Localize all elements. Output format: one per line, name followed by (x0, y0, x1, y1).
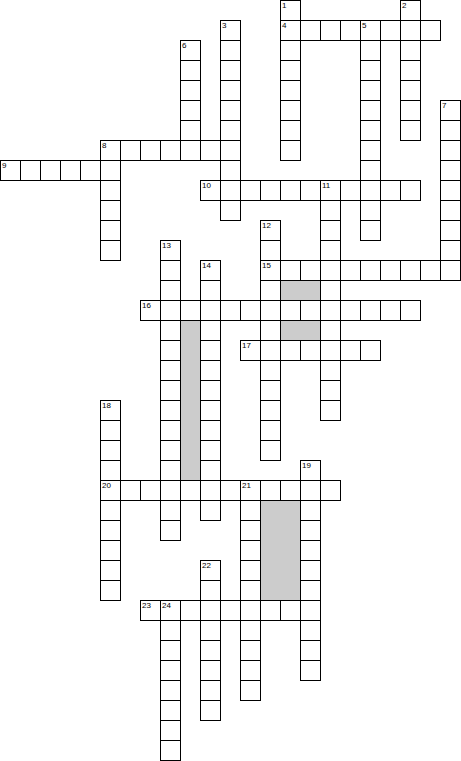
cell-r30-c14[interactable] (280, 600, 301, 621)
clue-number-5: 5 (362, 21, 366, 30)
cell-r1-c19[interactable] (380, 20, 401, 41)
cell-r8-c0[interactable]: 9 (0, 160, 21, 181)
cell-r29-c15[interactable] (300, 580, 321, 601)
shaded-cell-r19-c9 (180, 380, 201, 401)
cell-r20-c10[interactable] (200, 400, 221, 421)
cell-r23-c15[interactable]: 19 (300, 460, 321, 481)
cell-r19-c16[interactable] (320, 380, 341, 401)
cell-r34-c10[interactable] (200, 680, 221, 701)
cell-r5-c22[interactable]: 7 (440, 100, 461, 121)
cell-r15-c9[interactable] (180, 300, 201, 321)
clue-number-21: 21 (242, 481, 251, 490)
cell-r25-c5[interactable] (100, 500, 121, 521)
cell-r6-c18[interactable] (360, 120, 381, 141)
cell-r7-c18[interactable] (360, 140, 381, 161)
cell-r13-c14[interactable] (280, 260, 301, 281)
cell-r10-c16[interactable] (320, 200, 341, 221)
cell-r11-c16[interactable] (320, 220, 341, 241)
cell-r21-c13[interactable] (260, 420, 281, 441)
shaded-cell-r29-c14 (280, 580, 301, 601)
cell-r26-c12[interactable] (240, 520, 261, 541)
cell-r7-c9[interactable] (180, 140, 201, 161)
cell-r3-c18[interactable] (360, 60, 381, 81)
cell-r28-c15[interactable] (300, 560, 321, 581)
cell-r13-c20[interactable] (400, 260, 421, 281)
cell-r12-c8[interactable]: 13 (160, 240, 181, 261)
cell-r5-c9[interactable] (180, 100, 201, 121)
cell-r1-c16[interactable] (320, 20, 341, 41)
cell-r24-c12[interactable]: 21 (240, 480, 261, 501)
cell-r36-c8[interactable] (160, 720, 181, 741)
cell-r7-c8[interactable] (160, 140, 181, 161)
cell-r25-c10[interactable] (200, 500, 221, 521)
cell-r25-c15[interactable] (300, 500, 321, 521)
cell-r14-c13[interactable] (260, 280, 281, 301)
cell-r9-c15[interactable] (300, 180, 321, 201)
cell-r4-c9[interactable] (180, 80, 201, 101)
cell-r33-c8[interactable] (160, 660, 181, 681)
cell-r9-c10[interactable]: 10 (200, 180, 221, 201)
cell-r31-c10[interactable] (200, 620, 221, 641)
cell-r1-c20[interactable] (400, 20, 421, 41)
cell-r20-c13[interactable] (260, 400, 281, 421)
shaded-cell-r16-c15 (300, 320, 321, 341)
cell-r24-c16[interactable] (320, 480, 341, 501)
cell-r17-c13[interactable] (260, 340, 281, 361)
cell-r20-c8[interactable] (160, 400, 181, 421)
cell-r9-c20[interactable] (400, 180, 421, 201)
cell-r7-c22[interactable] (440, 140, 461, 161)
cell-r31-c12[interactable] (240, 620, 261, 641)
shaded-cell-r25-c13 (260, 500, 281, 521)
cell-r33-c10[interactable] (200, 660, 221, 681)
cell-r13-c19[interactable] (380, 260, 401, 281)
cell-r22-c13[interactable] (260, 440, 281, 461)
cell-r12-c5[interactable] (100, 240, 121, 261)
cell-r15-c10[interactable] (200, 300, 221, 321)
shaded-cell-r16-c14 (280, 320, 301, 341)
cell-r32-c15[interactable] (300, 640, 321, 661)
cell-r7-c14[interactable] (280, 140, 301, 161)
clue-number-1: 1 (282, 1, 286, 10)
cell-r31-c15[interactable] (300, 620, 321, 641)
cell-r24-c8[interactable] (160, 480, 181, 501)
cell-r2-c20[interactable] (400, 40, 421, 61)
clue-number-15: 15 (262, 261, 271, 270)
cell-r13-c17[interactable] (340, 260, 361, 281)
crossword-grid: 123456789101112131415161718192021222324 (0, 0, 461, 761)
cell-r21-c5[interactable] (100, 420, 121, 441)
cell-r25-c12[interactable] (240, 500, 261, 521)
cell-r37-c8[interactable] (160, 740, 181, 761)
shaded-cell-r28-c14 (280, 560, 301, 581)
cell-r30-c10[interactable] (200, 600, 221, 621)
cell-r4-c14[interactable] (280, 80, 301, 101)
cell-r9-c14[interactable] (280, 180, 301, 201)
cell-r10-c18[interactable] (360, 200, 381, 221)
cell-r24-c11[interactable] (220, 480, 241, 501)
cell-r15-c7[interactable]: 16 (140, 300, 161, 321)
cell-r8-c4[interactable] (80, 160, 101, 181)
shaded-cell-r26-c13 (260, 520, 281, 541)
cell-r35-c8[interactable] (160, 700, 181, 721)
clue-number-14: 14 (202, 261, 211, 270)
cell-r2-c11[interactable] (220, 40, 241, 61)
cell-r26-c8[interactable] (160, 520, 181, 541)
cell-r6-c9[interactable] (180, 120, 201, 141)
cell-r15-c16[interactable] (320, 300, 341, 321)
cell-r18-c13[interactable] (260, 360, 281, 381)
cell-r8-c11[interactable] (220, 160, 241, 181)
shaded-cell-r20-c9 (180, 400, 201, 421)
shaded-cell-r16-c9 (180, 320, 201, 341)
cell-r24-c13[interactable] (260, 480, 281, 501)
cell-r29-c10[interactable] (200, 580, 221, 601)
cell-r8-c2[interactable] (40, 160, 61, 181)
cell-r3-c11[interactable] (220, 60, 241, 81)
cell-r14-c10[interactable] (200, 280, 221, 301)
shaded-cell-r21-c9 (180, 420, 201, 441)
cell-r5-c14[interactable] (280, 100, 301, 121)
cell-r30-c12[interactable] (240, 600, 261, 621)
cell-r9-c19[interactable] (380, 180, 401, 201)
cell-r24-c7[interactable] (140, 480, 161, 501)
cell-r17-c15[interactable] (300, 340, 321, 361)
cell-r30-c8[interactable]: 24 (160, 600, 181, 621)
cell-r3-c14[interactable] (280, 60, 301, 81)
cell-r29-c5[interactable] (100, 580, 121, 601)
shaded-cell-r22-c9 (180, 440, 201, 461)
cell-r22-c10[interactable] (200, 440, 221, 461)
cell-r17-c12[interactable]: 17 (240, 340, 261, 361)
clue-number-6: 6 (182, 41, 186, 50)
cell-r16-c16[interactable] (320, 320, 341, 341)
cell-r9-c22[interactable] (440, 180, 461, 201)
cell-r1-c14[interactable]: 4 (280, 20, 301, 41)
cell-r33-c15[interactable] (300, 660, 321, 681)
cell-r30-c9[interactable] (180, 600, 201, 621)
cell-r32-c12[interactable] (240, 640, 261, 661)
cell-r11-c13[interactable]: 12 (260, 220, 281, 241)
cell-r15-c20[interactable] (400, 300, 421, 321)
cell-r0-c20[interactable]: 2 (400, 0, 421, 21)
cell-r20-c16[interactable] (320, 400, 341, 421)
clue-number-10: 10 (202, 181, 211, 190)
clue-number-13: 13 (162, 241, 171, 250)
cell-r6-c14[interactable] (280, 120, 301, 141)
cell-r19-c8[interactable] (160, 380, 181, 401)
cell-r28-c5[interactable] (100, 560, 121, 581)
clue-number-18: 18 (102, 401, 111, 410)
cell-r2-c9[interactable]: 6 (180, 40, 201, 61)
cell-r17-c10[interactable] (200, 340, 221, 361)
clue-number-19: 19 (302, 461, 311, 470)
cell-r31-c8[interactable] (160, 620, 181, 641)
cell-r11-c5[interactable] (100, 220, 121, 241)
cell-r30-c7[interactable]: 23 (140, 600, 161, 621)
clue-number-24: 24 (162, 601, 171, 610)
cell-r16-c10[interactable] (200, 320, 221, 341)
cell-r24-c6[interactable] (120, 480, 141, 501)
shaded-cell-r27-c14 (280, 540, 301, 561)
cell-r5-c20[interactable] (400, 100, 421, 121)
cell-r13-c15[interactable] (300, 260, 321, 281)
clue-number-8: 8 (102, 141, 106, 150)
cell-r26-c15[interactable] (300, 520, 321, 541)
shaded-cell-r26-c14 (280, 520, 301, 541)
cell-r20-c5[interactable]: 18 (100, 400, 121, 421)
cell-r19-c10[interactable] (200, 380, 221, 401)
cell-r17-c16[interactable] (320, 340, 341, 361)
cell-r4-c18[interactable] (360, 80, 381, 101)
clue-number-11: 11 (322, 181, 330, 190)
cell-r29-c12[interactable] (240, 580, 261, 601)
cell-r13-c16[interactable] (320, 260, 341, 281)
cell-r5-c11[interactable] (220, 100, 241, 121)
cell-r4-c20[interactable] (400, 80, 421, 101)
cell-r14-c16[interactable] (320, 280, 341, 301)
cell-r9-c12[interactable] (240, 180, 261, 201)
cell-r17-c8[interactable] (160, 340, 181, 361)
cell-r7-c6[interactable] (120, 140, 141, 161)
cell-r15-c13[interactable] (260, 300, 281, 321)
cell-r24-c15[interactable] (300, 480, 321, 501)
cell-r28-c10[interactable]: 22 (200, 560, 221, 581)
cell-r15-c12[interactable] (240, 300, 261, 321)
cell-r9-c13[interactable] (260, 180, 281, 201)
cell-r26-c5[interactable] (100, 520, 121, 541)
cell-r23-c10[interactable] (200, 460, 221, 481)
cell-r15-c8[interactable] (160, 300, 181, 321)
cell-r27-c15[interactable] (300, 540, 321, 561)
cell-r17-c17[interactable] (340, 340, 361, 361)
cell-r0-c14[interactable]: 1 (280, 0, 301, 21)
cell-r15-c19[interactable] (380, 300, 401, 321)
cell-r1-c21[interactable] (420, 20, 441, 41)
cell-r8-c18[interactable] (360, 160, 381, 181)
cell-r34-c12[interactable] (240, 680, 261, 701)
cell-r1-c17[interactable] (340, 20, 361, 41)
cell-r1-c18[interactable]: 5 (360, 20, 381, 41)
cell-r1-c11[interactable]: 3 (220, 20, 241, 41)
cell-r7-c10[interactable] (200, 140, 221, 161)
clue-number-17: 17 (242, 341, 251, 350)
cell-r18-c10[interactable] (200, 360, 221, 381)
cell-r23-c8[interactable] (160, 460, 181, 481)
cell-r15-c14[interactable] (280, 300, 301, 321)
clue-number-4: 4 (282, 21, 286, 30)
shaded-cell-r27-c13 (260, 540, 281, 561)
clue-number-16: 16 (142, 301, 151, 310)
cell-r13-c10[interactable]: 14 (200, 260, 221, 281)
cell-r9-c5[interactable] (100, 180, 121, 201)
cell-r25-c8[interactable] (160, 500, 181, 521)
cell-r18-c8[interactable] (160, 360, 181, 381)
cell-r21-c10[interactable] (200, 420, 221, 441)
cell-r34-c8[interactable] (160, 680, 181, 701)
clue-number-3: 3 (222, 21, 226, 30)
shaded-cell-r28-c13 (260, 560, 281, 581)
cell-r15-c11[interactable] (220, 300, 241, 321)
cell-r1-c15[interactable] (300, 20, 321, 41)
cell-r24-c9[interactable] (180, 480, 201, 501)
cell-r15-c15[interactable] (300, 300, 321, 321)
clue-number-20: 20 (102, 481, 111, 490)
cell-r10-c5[interactable] (100, 200, 121, 221)
cell-r15-c17[interactable] (340, 300, 361, 321)
cell-r6-c22[interactable] (440, 120, 461, 141)
shaded-cell-r23-c9 (180, 460, 201, 481)
cell-r33-c12[interactable] (240, 660, 261, 681)
cell-r22-c8[interactable] (160, 440, 181, 461)
cell-r10-c11[interactable] (220, 200, 241, 221)
cell-r24-c5[interactable]: 20 (100, 480, 121, 501)
cell-r12-c22[interactable] (440, 240, 461, 261)
cell-r9-c16[interactable]: 11 (320, 180, 341, 201)
clue-number-2: 2 (402, 1, 406, 10)
clue-number-23: 23 (142, 601, 151, 610)
shaded-cell-r17-c9 (180, 340, 201, 361)
cell-r5-c18[interactable] (360, 100, 381, 121)
clue-number-9: 9 (2, 161, 6, 170)
cell-r8-c3[interactable] (60, 160, 81, 181)
cell-r13-c8[interactable] (160, 260, 181, 281)
shaded-cell-r29-c13 (260, 580, 281, 601)
cell-r6-c11[interactable] (220, 120, 241, 141)
shaded-cell-r14-c15 (300, 280, 321, 301)
clue-number-22: 22 (202, 561, 211, 570)
cell-r3-c20[interactable] (400, 60, 421, 81)
cell-r6-c20[interactable] (400, 120, 421, 141)
cell-r13-c13[interactable]: 15 (260, 260, 281, 281)
cell-r13-c22[interactable] (440, 260, 461, 281)
cell-r8-c1[interactable] (20, 160, 41, 181)
cell-r18-c16[interactable] (320, 360, 341, 381)
cell-r3-c9[interactable] (180, 60, 201, 81)
cell-r9-c18[interactable] (360, 180, 381, 201)
cell-r22-c5[interactable] (100, 440, 121, 461)
cell-r16-c13[interactable] (260, 320, 281, 341)
cell-r2-c18[interactable] (360, 40, 381, 61)
clue-number-7: 7 (442, 101, 446, 110)
cell-r7-c11[interactable] (220, 140, 241, 161)
cell-r12-c13[interactable] (260, 240, 281, 261)
cell-r30-c11[interactable] (220, 600, 241, 621)
clue-number-12: 12 (262, 221, 271, 230)
cell-r27-c12[interactable] (240, 540, 261, 561)
cell-r28-c12[interactable] (240, 560, 261, 581)
cell-r17-c14[interactable] (280, 340, 301, 361)
cell-r12-c16[interactable] (320, 240, 341, 261)
cell-r21-c8[interactable] (160, 420, 181, 441)
cell-r16-c8[interactable] (160, 320, 181, 341)
cell-r32-c8[interactable] (160, 640, 181, 661)
cell-r23-c5[interactable] (100, 460, 121, 481)
cell-r11-c22[interactable] (440, 220, 461, 241)
cell-r14-c8[interactable] (160, 280, 181, 301)
cell-r7-c5[interactable]: 8 (100, 140, 121, 161)
cell-r2-c14[interactable] (280, 40, 301, 61)
cell-r24-c10[interactable] (200, 480, 221, 501)
cell-r32-c10[interactable] (200, 640, 221, 661)
shaded-cell-r25-c14 (280, 500, 301, 521)
cell-r9-c11[interactable] (220, 180, 241, 201)
cell-r15-c18[interactable] (360, 300, 381, 321)
cell-r27-c5[interactable] (100, 540, 121, 561)
cell-r24-c14[interactable] (280, 480, 301, 501)
shaded-cell-r18-c9 (180, 360, 201, 381)
cell-r30-c13[interactable] (260, 600, 281, 621)
cell-r13-c21[interactable] (420, 260, 441, 281)
cell-r19-c13[interactable] (260, 380, 281, 401)
shaded-cell-r14-c14 (280, 280, 301, 301)
cell-r35-c10[interactable] (200, 700, 221, 721)
cell-r8-c22[interactable] (440, 160, 461, 181)
cell-r30-c15[interactable] (300, 600, 321, 621)
cell-r11-c18[interactable] (360, 220, 381, 241)
cell-r9-c17[interactable] (340, 180, 361, 201)
cell-r8-c5[interactable] (100, 160, 121, 181)
cell-r7-c7[interactable] (140, 140, 161, 161)
cell-r4-c11[interactable] (220, 80, 241, 101)
cell-r10-c22[interactable] (440, 200, 461, 221)
cell-r13-c18[interactable] (360, 260, 381, 281)
cell-r17-c18[interactable] (360, 340, 381, 361)
